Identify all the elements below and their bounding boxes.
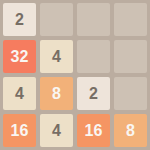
empty-cell: [77, 3, 110, 36]
tile-16: 16: [77, 114, 110, 147]
board-2048[interactable]: 2324482164168: [0, 0, 150, 150]
tile-8: 8: [40, 77, 73, 110]
tile-2: 2: [77, 77, 110, 110]
empty-cell: [114, 3, 147, 36]
empty-cell: [114, 77, 147, 110]
tile-16: 16: [3, 114, 36, 147]
empty-cell: [114, 40, 147, 73]
tile-2: 2: [3, 3, 36, 36]
tile-32: 32: [3, 40, 36, 73]
empty-cell: [40, 3, 73, 36]
tile-4: 4: [40, 40, 73, 73]
empty-cell: [77, 40, 110, 73]
tile-4: 4: [40, 114, 73, 147]
tile-8: 8: [114, 114, 147, 147]
tile-4: 4: [3, 77, 36, 110]
